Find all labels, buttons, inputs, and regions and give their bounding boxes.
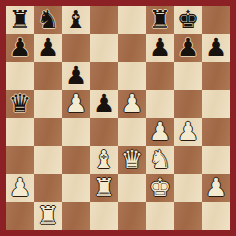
square-a2[interactable]: ♟ [6, 174, 34, 202]
square-b3[interactable] [34, 146, 62, 174]
square-c6[interactable]: ♟ [62, 62, 90, 90]
square-c7[interactable] [62, 34, 90, 62]
square-c1[interactable] [62, 202, 90, 230]
square-b4[interactable] [34, 118, 62, 146]
black-pawn-piece[interactable]: ♟ [93, 90, 115, 118]
black-pawn-piece[interactable]: ♟ [65, 62, 87, 90]
square-g8[interactable]: ♚ [174, 6, 202, 34]
square-f4[interactable]: ♟ [146, 118, 174, 146]
square-c8[interactable]: ♝ [62, 6, 90, 34]
square-d7[interactable] [90, 34, 118, 62]
square-h4[interactable] [202, 118, 230, 146]
square-h1[interactable] [202, 202, 230, 230]
chess-board: ♜♞♝♜♚♟♟♟♟♟♟♛♟♟♟♟♟♝♛♞♟♜♚♟♜ [6, 6, 230, 230]
square-g5[interactable] [174, 90, 202, 118]
square-g6[interactable] [174, 62, 202, 90]
white-pawn-piece[interactable]: ♟ [177, 118, 199, 146]
white-queen-piece[interactable]: ♛ [121, 146, 143, 174]
square-b6[interactable] [34, 62, 62, 90]
white-pawn-piece[interactable]: ♟ [121, 90, 143, 118]
square-e4[interactable] [118, 118, 146, 146]
square-a6[interactable] [6, 62, 34, 90]
square-a8[interactable]: ♜ [6, 6, 34, 34]
black-knight-piece[interactable]: ♞ [37, 6, 59, 34]
square-c4[interactable] [62, 118, 90, 146]
square-c2[interactable] [62, 174, 90, 202]
square-f1[interactable] [146, 202, 174, 230]
square-h3[interactable] [202, 146, 230, 174]
square-d5[interactable]: ♟ [90, 90, 118, 118]
square-a4[interactable] [6, 118, 34, 146]
square-f6[interactable] [146, 62, 174, 90]
square-c5[interactable]: ♟ [62, 90, 90, 118]
black-queen-piece[interactable]: ♛ [9, 90, 31, 118]
white-knight-piece[interactable]: ♞ [149, 146, 171, 174]
square-h2[interactable]: ♟ [202, 174, 230, 202]
square-h8[interactable] [202, 6, 230, 34]
square-a7[interactable]: ♟ [6, 34, 34, 62]
black-king-piece[interactable]: ♚ [177, 6, 199, 34]
square-h5[interactable] [202, 90, 230, 118]
square-f2[interactable]: ♚ [146, 174, 174, 202]
square-g7[interactable]: ♟ [174, 34, 202, 62]
square-d3[interactable]: ♝ [90, 146, 118, 174]
square-e1[interactable] [118, 202, 146, 230]
black-bishop-piece[interactable]: ♝ [65, 6, 87, 34]
square-g1[interactable] [174, 202, 202, 230]
white-pawn-piece[interactable]: ♟ [149, 118, 171, 146]
square-e7[interactable] [118, 34, 146, 62]
square-a5[interactable]: ♛ [6, 90, 34, 118]
white-pawn-piece[interactable]: ♟ [9, 174, 31, 202]
square-d8[interactable] [90, 6, 118, 34]
white-bishop-piece[interactable]: ♝ [93, 146, 115, 174]
square-b2[interactable] [34, 174, 62, 202]
white-pawn-piece[interactable]: ♟ [65, 90, 87, 118]
square-e5[interactable]: ♟ [118, 90, 146, 118]
black-pawn-piece[interactable]: ♟ [205, 34, 227, 62]
square-e3[interactable]: ♛ [118, 146, 146, 174]
square-d2[interactable]: ♜ [90, 174, 118, 202]
white-rook-piece[interactable]: ♜ [37, 202, 59, 230]
black-rook-piece[interactable]: ♜ [9, 6, 31, 34]
square-e2[interactable] [118, 174, 146, 202]
square-f8[interactable]: ♜ [146, 6, 174, 34]
square-h6[interactable] [202, 62, 230, 90]
square-b5[interactable] [34, 90, 62, 118]
square-e6[interactable] [118, 62, 146, 90]
white-pawn-piece[interactable]: ♟ [205, 174, 227, 202]
white-rook-piece[interactable]: ♜ [93, 174, 115, 202]
square-e8[interactable] [118, 6, 146, 34]
square-d4[interactable] [90, 118, 118, 146]
square-d1[interactable] [90, 202, 118, 230]
square-g4[interactable]: ♟ [174, 118, 202, 146]
board-frame: ♜♞♝♜♚♟♟♟♟♟♟♛♟♟♟♟♟♝♛♞♟♜♚♟♜ [0, 0, 236, 236]
square-b7[interactable]: ♟ [34, 34, 62, 62]
black-pawn-piece[interactable]: ♟ [9, 34, 31, 62]
black-pawn-piece[interactable]: ♟ [177, 34, 199, 62]
white-king-piece[interactable]: ♚ [149, 174, 171, 202]
square-f3[interactable]: ♞ [146, 146, 174, 174]
square-b1[interactable]: ♜ [34, 202, 62, 230]
square-d6[interactable] [90, 62, 118, 90]
square-a3[interactable] [6, 146, 34, 174]
black-pawn-piece[interactable]: ♟ [149, 34, 171, 62]
square-a1[interactable] [6, 202, 34, 230]
black-pawn-piece[interactable]: ♟ [37, 34, 59, 62]
black-rook-piece[interactable]: ♜ [149, 6, 171, 34]
square-f7[interactable]: ♟ [146, 34, 174, 62]
square-h7[interactable]: ♟ [202, 34, 230, 62]
square-g2[interactable] [174, 174, 202, 202]
square-b8[interactable]: ♞ [34, 6, 62, 34]
square-g3[interactable] [174, 146, 202, 174]
square-c3[interactable] [62, 146, 90, 174]
square-f5[interactable] [146, 90, 174, 118]
